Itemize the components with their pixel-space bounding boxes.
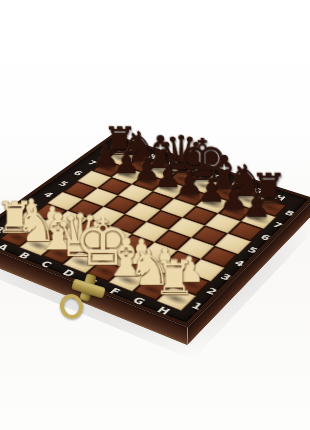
black-pawn-piece: ♟ <box>99 154 194 184</box>
square-d6 <box>139 191 174 210</box>
piece-contact-shadow <box>177 190 205 203</box>
piece-contact-shadow <box>114 170 141 182</box>
square-c7: ♟ <box>132 174 166 192</box>
black-knight-piece: ♞ <box>94 126 187 168</box>
rank-label-right-6: 6 <box>259 233 272 241</box>
black-pawn-piece: ♟ <box>206 190 306 222</box>
file-label-back-f: F <box>230 180 242 187</box>
scene: AA11BB22CC33DD44EE55FF66GG77HH88 ♜♞♝♛♚♝♞… <box>0 0 310 430</box>
rank-label-left-5: 5 <box>57 180 70 187</box>
square-c6 <box>118 184 153 202</box>
square-b7: ♟ <box>111 167 145 184</box>
file-label-front-h: H <box>155 305 172 316</box>
square-b8: ♞ <box>125 157 158 174</box>
rank-label-right-1: 1 <box>189 301 204 311</box>
black-pawn-piece: ♟ <box>120 161 216 192</box>
square-a7: ♟ <box>91 160 125 177</box>
file-label-back-c: C <box>166 160 179 167</box>
piece-contact-shadow <box>135 176 162 188</box>
product-photo: AA11BB22CC33DD44EE55FF66GG77HH88 ♜♞♝♛♚♝♞… <box>0 0 310 430</box>
black-rook-piece: ♜ <box>74 123 166 162</box>
piece-contact-shadow <box>108 153 134 164</box>
square-e6 <box>160 199 195 218</box>
piece-contact-shadow <box>148 166 175 178</box>
rank-label-right-5: 5 <box>246 246 260 255</box>
square-a6 <box>77 171 111 189</box>
rank-label-left-6: 6 <box>71 170 84 177</box>
rank-label-right-7: 7 <box>271 221 284 229</box>
black-pawn-piece: ♟ <box>59 141 152 171</box>
white-rook-piece: ♜ <box>118 255 230 302</box>
chess-board: AA11BB22CC33DD44EE55FF66GG77HH88 ♜♞♝♛♚♝♞… <box>0 134 310 327</box>
square-a8: ♜ <box>105 150 138 166</box>
black-bishop-piece: ♝ <box>113 130 207 175</box>
piece-contact-shadow <box>156 183 184 196</box>
square-e7: ♟ <box>174 187 209 205</box>
square-c8: ♝ <box>145 163 179 180</box>
file-label-back-b: B <box>146 153 159 160</box>
rank-label-left-7: 7 <box>86 160 99 167</box>
piece-contact-shadow <box>128 159 155 171</box>
black-pawn-piece: ♟ <box>79 148 173 178</box>
square-d8: ♛ <box>166 170 200 187</box>
file-label-back-a: A <box>126 147 139 154</box>
square-d7: ♟ <box>153 181 187 199</box>
file-label-back-e: E <box>208 173 220 180</box>
rank-label-left-8: 8 <box>99 150 111 157</box>
file-label-back-d: D <box>186 166 200 173</box>
black-queen-piece: ♛ <box>134 129 229 181</box>
square-b6 <box>97 177 132 195</box>
piece-contact-shadow <box>94 163 121 175</box>
piece-contact-shadow <box>169 173 196 185</box>
black-king-piece: ♚ <box>155 131 251 188</box>
